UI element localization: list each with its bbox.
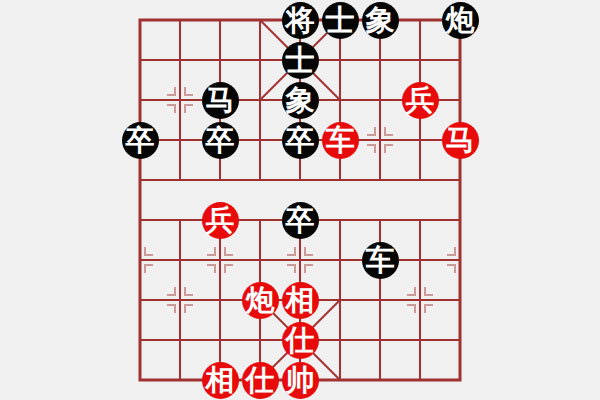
- piece-red-cannon[interactable]: 炮: [242, 282, 279, 319]
- piece-red-chariot[interactable]: 车: [322, 122, 359, 159]
- piece-black-chariot[interactable]: 车: [362, 242, 399, 279]
- xiangqi-board[interactable]: 将士象炮士马象兵卒卒卒车马兵卒车炮相仕相仕帅: [120, 0, 480, 400]
- xiangqi-app: 将士象炮士马象兵卒卒卒车马兵卒车炮相仕相仕帅: [0, 0, 600, 400]
- piece-red-elephant[interactable]: 相: [282, 282, 319, 319]
- piece-red-advisor[interactable]: 仕: [282, 322, 319, 359]
- piece-black-general[interactable]: 将: [282, 2, 319, 39]
- piece-red-elephant[interactable]: 相: [202, 362, 239, 399]
- piece-black-advisor[interactable]: 士: [322, 2, 359, 39]
- piece-black-advisor[interactable]: 士: [282, 42, 319, 79]
- piece-black-pawn[interactable]: 卒: [282, 122, 319, 159]
- piece-red-horse[interactable]: 马: [442, 122, 479, 159]
- piece-black-cannon[interactable]: 炮: [442, 2, 479, 39]
- piece-black-elephant[interactable]: 象: [362, 2, 399, 39]
- piece-black-pawn[interactable]: 卒: [282, 202, 319, 239]
- piece-red-pawn[interactable]: 兵: [402, 82, 439, 119]
- piece-red-general[interactable]: 帅: [282, 362, 319, 399]
- piece-black-pawn[interactable]: 卒: [202, 122, 239, 159]
- piece-red-advisor[interactable]: 仕: [242, 362, 279, 399]
- piece-black-elephant[interactable]: 象: [282, 82, 319, 119]
- piece-red-pawn[interactable]: 兵: [202, 202, 239, 239]
- piece-black-horse[interactable]: 马: [202, 82, 239, 119]
- piece-black-pawn[interactable]: 卒: [122, 122, 159, 159]
